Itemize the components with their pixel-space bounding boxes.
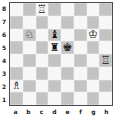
square-f7[interactable] [74, 16, 87, 29]
square-f2[interactable] [74, 80, 87, 93]
rank-label-8: 8 [0, 2, 8, 15]
square-g3[interactable] [87, 67, 100, 80]
square-d4[interactable] [48, 54, 61, 67]
square-d1[interactable] [48, 92, 61, 105]
file-label-b: b [22, 106, 35, 117]
black-king-e5[interactable]: ♚ [61, 41, 74, 54]
file-label-c: c [35, 106, 48, 117]
square-h3[interactable] [99, 67, 112, 80]
square-a4[interactable] [10, 54, 23, 67]
square-b5[interactable] [23, 41, 36, 54]
square-b6[interactable]: ♘ [23, 29, 36, 42]
square-a2[interactable]: ♗ [10, 80, 23, 93]
square-g2[interactable] [87, 80, 100, 93]
square-c4[interactable] [36, 54, 49, 67]
square-e8[interactable] [61, 3, 74, 16]
square-h1[interactable] [99, 92, 112, 105]
square-e4[interactable] [61, 54, 74, 67]
black-rook-d5[interactable]: ♜ [48, 41, 61, 54]
square-b1[interactable] [23, 92, 36, 105]
square-e5[interactable]: ♚ [61, 41, 74, 54]
rank-labels: 87654321 [0, 2, 8, 106]
square-g6[interactable]: ♔ [87, 29, 100, 42]
file-label-g: g [87, 106, 100, 117]
square-a5[interactable] [10, 41, 23, 54]
square-d7[interactable] [48, 16, 61, 29]
rank-label-4: 4 [0, 54, 8, 67]
file-label-a: a [9, 106, 22, 117]
square-h5[interactable] [99, 41, 112, 54]
square-c5[interactable] [36, 41, 49, 54]
white-king-g6[interactable]: ♔ [87, 29, 100, 42]
file-label-d: d [48, 106, 61, 117]
white-rook-h4[interactable]: ♖ [99, 54, 112, 67]
square-d2[interactable] [48, 80, 61, 93]
square-b3[interactable] [23, 67, 36, 80]
square-e1[interactable] [61, 92, 74, 105]
file-label-f: f [74, 106, 87, 117]
square-a7[interactable] [10, 16, 23, 29]
square-e3[interactable] [61, 67, 74, 80]
square-f6[interactable] [74, 29, 87, 42]
white-bishop-a2[interactable]: ♗ [10, 80, 23, 93]
file-labels: abcdefgh [9, 106, 113, 117]
square-g4[interactable] [87, 54, 100, 67]
square-d5[interactable]: ♜ [48, 41, 61, 54]
square-g7[interactable] [87, 16, 100, 29]
square-e2[interactable] [61, 80, 74, 93]
rank-label-6: 6 [0, 28, 8, 41]
square-c7[interactable] [36, 16, 49, 29]
square-c8[interactable]: ♖ [36, 3, 49, 16]
square-a6[interactable] [10, 29, 23, 42]
square-a3[interactable] [10, 67, 23, 80]
square-d6[interactable]: ♝ [48, 29, 61, 42]
file-label-h: h [100, 106, 113, 117]
rank-label-7: 7 [0, 15, 8, 28]
square-c1[interactable] [36, 92, 49, 105]
rank-label-5: 5 [0, 41, 8, 54]
square-g8[interactable] [87, 3, 100, 16]
square-d3[interactable] [48, 67, 61, 80]
square-a1[interactable] [10, 92, 23, 105]
square-a8[interactable] [10, 3, 23, 16]
square-h8[interactable] [99, 3, 112, 16]
square-f3[interactable] [74, 67, 87, 80]
file-label-e: e [61, 106, 74, 117]
square-b7[interactable] [23, 16, 36, 29]
square-c6[interactable] [36, 29, 49, 42]
chess-board: ♖♘♝♔♜♚♖♗ [9, 2, 113, 106]
square-f1[interactable] [74, 92, 87, 105]
square-d8[interactable] [48, 3, 61, 16]
square-b2[interactable] [23, 80, 36, 93]
rank-label-2: 2 [0, 80, 8, 93]
white-rook-c8[interactable]: ♖ [36, 3, 49, 16]
square-h6[interactable] [99, 29, 112, 42]
square-c3[interactable] [36, 67, 49, 80]
rank-label-1: 1 [0, 93, 8, 106]
square-c2[interactable] [36, 80, 49, 93]
square-e6[interactable] [61, 29, 74, 42]
square-h4[interactable]: ♖ [99, 54, 112, 67]
square-f8[interactable] [74, 3, 87, 16]
square-h7[interactable] [99, 16, 112, 29]
square-b8[interactable] [23, 3, 36, 16]
square-f5[interactable] [74, 41, 87, 54]
square-g5[interactable] [87, 41, 100, 54]
square-e7[interactable] [61, 16, 74, 29]
square-g1[interactable] [87, 92, 100, 105]
square-h2[interactable] [99, 80, 112, 93]
chess-diagram: 87654321 ♖♘♝♔♜♚♖♗ abcdefgh [0, 0, 116, 118]
square-b4[interactable] [23, 54, 36, 67]
white-knight-b6[interactable]: ♘ [23, 29, 36, 42]
square-f4[interactable] [74, 54, 87, 67]
rank-label-3: 3 [0, 67, 8, 80]
black-bishop-d6[interactable]: ♝ [48, 29, 61, 42]
